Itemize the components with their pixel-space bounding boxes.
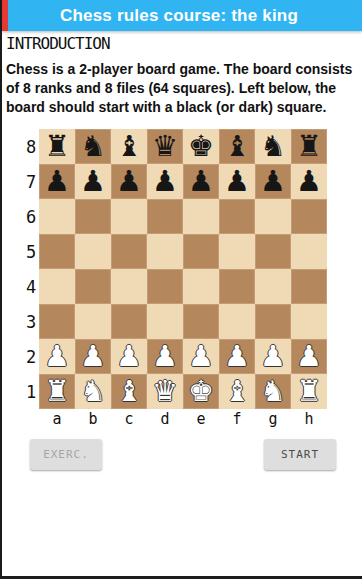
file-label-a: a xyxy=(39,409,75,429)
piece-white-rook: ♜ xyxy=(296,374,322,409)
piece-white-pawn: ♟ xyxy=(296,339,322,374)
piece-black-pawn: ♟ xyxy=(116,164,142,199)
piece-white-queen: ♛ xyxy=(152,374,178,409)
rank-label-4: 4 xyxy=(23,269,39,304)
rank-label-1: 1 xyxy=(23,374,39,409)
piece-black-pawn: ♟ xyxy=(188,164,214,199)
square-c6[interactable] xyxy=(111,199,147,234)
square-a7[interactable]: ♟ xyxy=(39,164,75,199)
square-f1[interactable]: ♝ xyxy=(219,374,255,409)
square-a1[interactable]: ♜ xyxy=(39,374,75,409)
piece-black-pawn: ♟ xyxy=(152,164,178,199)
square-a4[interactable] xyxy=(39,269,75,304)
square-h2[interactable]: ♟ xyxy=(291,339,327,374)
square-d2[interactable]: ♟ xyxy=(147,339,183,374)
title-bar: Chess rules course: the king xyxy=(2,0,362,31)
square-f2[interactable]: ♟ xyxy=(219,339,255,374)
exercise-button[interactable]: EXERC. xyxy=(30,439,102,470)
file-label-g: g xyxy=(255,409,291,429)
square-d5[interactable] xyxy=(147,234,183,269)
rank-label-6: 6 xyxy=(23,199,39,234)
square-d3[interactable] xyxy=(147,304,183,339)
rank-label-7: 7 xyxy=(23,164,39,199)
square-e2[interactable]: ♟ xyxy=(183,339,219,374)
square-f7[interactable]: ♟ xyxy=(219,164,255,199)
piece-black-queen: ♛ xyxy=(152,129,178,164)
piece-white-bishop: ♝ xyxy=(224,374,250,409)
square-g3[interactable] xyxy=(255,304,291,339)
square-f4[interactable] xyxy=(219,269,255,304)
square-h1[interactable]: ♜ xyxy=(291,374,327,409)
piece-white-rook: ♜ xyxy=(44,374,70,409)
square-c1[interactable]: ♝ xyxy=(111,374,147,409)
square-b5[interactable] xyxy=(75,234,111,269)
square-d7[interactable]: ♟ xyxy=(147,164,183,199)
square-e3[interactable] xyxy=(183,304,219,339)
file-label-e: e xyxy=(183,409,219,429)
rank-label-3: 3 xyxy=(23,304,39,339)
piece-black-knight: ♞ xyxy=(80,129,106,164)
chess-board[interactable]: ♜♞♝♛♚♝♞♜♟♟♟♟♟♟♟♟♟♟♟♟♟♟♟♟♜♞♝♛♚♝♞♜ xyxy=(39,129,327,409)
square-c8[interactable]: ♝ xyxy=(111,129,147,164)
piece-black-rook: ♜ xyxy=(44,129,70,164)
square-h5[interactable] xyxy=(291,234,327,269)
square-h4[interactable] xyxy=(291,269,327,304)
square-d4[interactable] xyxy=(147,269,183,304)
rank-label-8: 8 xyxy=(23,129,39,164)
intro-paragraph: Chess is a 2-player board game. The boar… xyxy=(6,60,357,117)
page-title: Chess rules course: the king xyxy=(60,6,298,26)
square-g1[interactable]: ♞ xyxy=(255,374,291,409)
accent-strip xyxy=(2,0,8,31)
file-label-c: c xyxy=(111,409,147,429)
square-g7[interactable]: ♟ xyxy=(255,164,291,199)
piece-black-pawn: ♟ xyxy=(80,164,106,199)
square-e6[interactable] xyxy=(183,199,219,234)
start-button[interactable]: START xyxy=(264,439,336,470)
file-label-b: b xyxy=(75,409,111,429)
square-g2[interactable]: ♟ xyxy=(255,339,291,374)
piece-black-knight: ♞ xyxy=(260,129,286,164)
square-d8[interactable]: ♛ xyxy=(147,129,183,164)
piece-white-pawn: ♟ xyxy=(188,339,214,374)
square-f8[interactable]: ♝ xyxy=(219,129,255,164)
rank-labels: 87654321 xyxy=(23,129,39,409)
square-e8[interactable]: ♚ xyxy=(183,129,219,164)
square-e5[interactable] xyxy=(183,234,219,269)
file-label-h: h xyxy=(291,409,327,429)
square-b6[interactable] xyxy=(75,199,111,234)
piece-white-knight: ♞ xyxy=(260,374,286,409)
square-b7[interactable]: ♟ xyxy=(75,164,111,199)
square-e7[interactable]: ♟ xyxy=(183,164,219,199)
square-c4[interactable] xyxy=(111,269,147,304)
file-label-d: d xyxy=(147,409,183,429)
square-a3[interactable] xyxy=(39,304,75,339)
piece-white-bishop: ♝ xyxy=(116,374,142,409)
square-f5[interactable] xyxy=(219,234,255,269)
square-a2[interactable]: ♟ xyxy=(39,339,75,374)
piece-white-knight: ♞ xyxy=(80,374,106,409)
piece-white-pawn: ♟ xyxy=(116,339,142,374)
square-a8[interactable]: ♜ xyxy=(39,129,75,164)
square-h7[interactable]: ♟ xyxy=(291,164,327,199)
square-e1[interactable]: ♚ xyxy=(183,374,219,409)
square-a5[interactable] xyxy=(39,234,75,269)
square-h8[interactable]: ♜ xyxy=(291,129,327,164)
square-a6[interactable] xyxy=(39,199,75,234)
square-f3[interactable] xyxy=(219,304,255,339)
piece-black-bishop: ♝ xyxy=(224,129,250,164)
piece-black-pawn: ♟ xyxy=(44,164,70,199)
piece-white-pawn: ♟ xyxy=(152,339,178,374)
square-c3[interactable] xyxy=(111,304,147,339)
square-b4[interactable] xyxy=(75,269,111,304)
square-g5[interactable] xyxy=(255,234,291,269)
file-labels: abcdefgh xyxy=(39,409,362,429)
square-e4[interactable] xyxy=(183,269,219,304)
square-c7[interactable]: ♟ xyxy=(111,164,147,199)
square-c5[interactable] xyxy=(111,234,147,269)
rank-label-5: 5 xyxy=(23,234,39,269)
square-b2[interactable]: ♟ xyxy=(75,339,111,374)
chess-board-area: 87654321 ♜♞♝♛♚♝♞♜♟♟♟♟♟♟♟♟♟♟♟♟♟♟♟♟♜♞♝♛♚♝♞… xyxy=(2,129,362,429)
square-d6[interactable] xyxy=(147,199,183,234)
square-g4[interactable] xyxy=(255,269,291,304)
file-label-f: f xyxy=(219,409,255,429)
rank-label-2: 2 xyxy=(23,339,39,374)
square-c2[interactable]: ♟ xyxy=(111,339,147,374)
piece-black-rook: ♜ xyxy=(296,129,322,164)
section-heading: INTRODUCTION xyxy=(6,34,362,53)
square-g8[interactable]: ♞ xyxy=(255,129,291,164)
square-b8[interactable]: ♞ xyxy=(75,129,111,164)
piece-white-pawn: ♟ xyxy=(224,339,250,374)
piece-black-bishop: ♝ xyxy=(116,129,142,164)
app-window: Chess rules course: the king INTRODUCTIO… xyxy=(0,0,362,579)
piece-white-pawn: ♟ xyxy=(44,339,70,374)
piece-black-pawn: ♟ xyxy=(224,164,250,199)
piece-white-pawn: ♟ xyxy=(260,339,286,374)
piece-white-king: ♚ xyxy=(188,374,214,409)
piece-white-pawn: ♟ xyxy=(80,339,106,374)
square-h3[interactable] xyxy=(291,304,327,339)
piece-black-pawn: ♟ xyxy=(296,164,322,199)
piece-black-king: ♚ xyxy=(188,129,214,164)
square-d1[interactable]: ♛ xyxy=(147,374,183,409)
square-b3[interactable] xyxy=(75,304,111,339)
square-f6[interactable] xyxy=(219,199,255,234)
piece-black-pawn: ♟ xyxy=(260,164,286,199)
square-b1[interactable]: ♞ xyxy=(75,374,111,409)
button-row: EXERC. START xyxy=(30,439,336,470)
square-h6[interactable] xyxy=(291,199,327,234)
square-g6[interactable] xyxy=(255,199,291,234)
